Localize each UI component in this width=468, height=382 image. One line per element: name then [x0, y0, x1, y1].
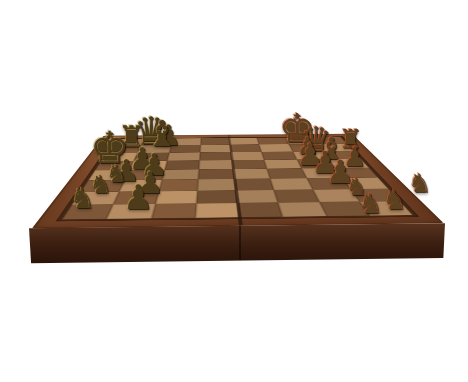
- chess-set-photo: ♚♛♟♝♜♜♛♟♝♚♟♟♟♟♟♟♞♟♞♞♟♞♞♞♟♞: [0, 0, 468, 382]
- front-edge-seam: [239, 225, 241, 259]
- board-square: [125, 170, 164, 180]
- chess-board: [32, 134, 444, 229]
- board-square: [198, 169, 234, 179]
- board-square: [196, 190, 237, 203]
- board-square: [107, 204, 155, 219]
- board-square: [264, 159, 301, 168]
- board-square: [267, 168, 306, 178]
- board-square: [274, 189, 319, 202]
- board-square: [335, 168, 378, 178]
- board-square: [151, 203, 196, 218]
- board-square: [234, 179, 274, 191]
- board-square: [329, 159, 369, 168]
- board-square: [197, 179, 236, 191]
- board-square: [158, 179, 198, 191]
- board-square: [270, 178, 312, 190]
- board-square: [350, 189, 399, 202]
- board-square: [342, 178, 388, 189]
- board-square: [164, 160, 199, 169]
- board-square: [155, 191, 197, 204]
- board-square: [233, 169, 270, 179]
- board-square: [81, 180, 125, 192]
- board-square: [62, 204, 114, 219]
- board-square: [114, 191, 159, 204]
- board-square: [323, 151, 361, 159]
- board-square: [195, 203, 239, 218]
- board-square: [262, 151, 297, 159]
- board-square: [359, 201, 412, 216]
- board-square: [120, 180, 162, 192]
- board-square: [199, 160, 233, 169]
- board-square: [162, 169, 199, 179]
- board-square: [237, 202, 283, 217]
- board-square: [72, 191, 120, 204]
- board-square: [232, 160, 267, 169]
- board-front-edge: [29, 222, 445, 264]
- board-square: [88, 170, 129, 180]
- board-square: [130, 161, 167, 170]
- board-square: [95, 161, 134, 170]
- board-square: [236, 190, 278, 203]
